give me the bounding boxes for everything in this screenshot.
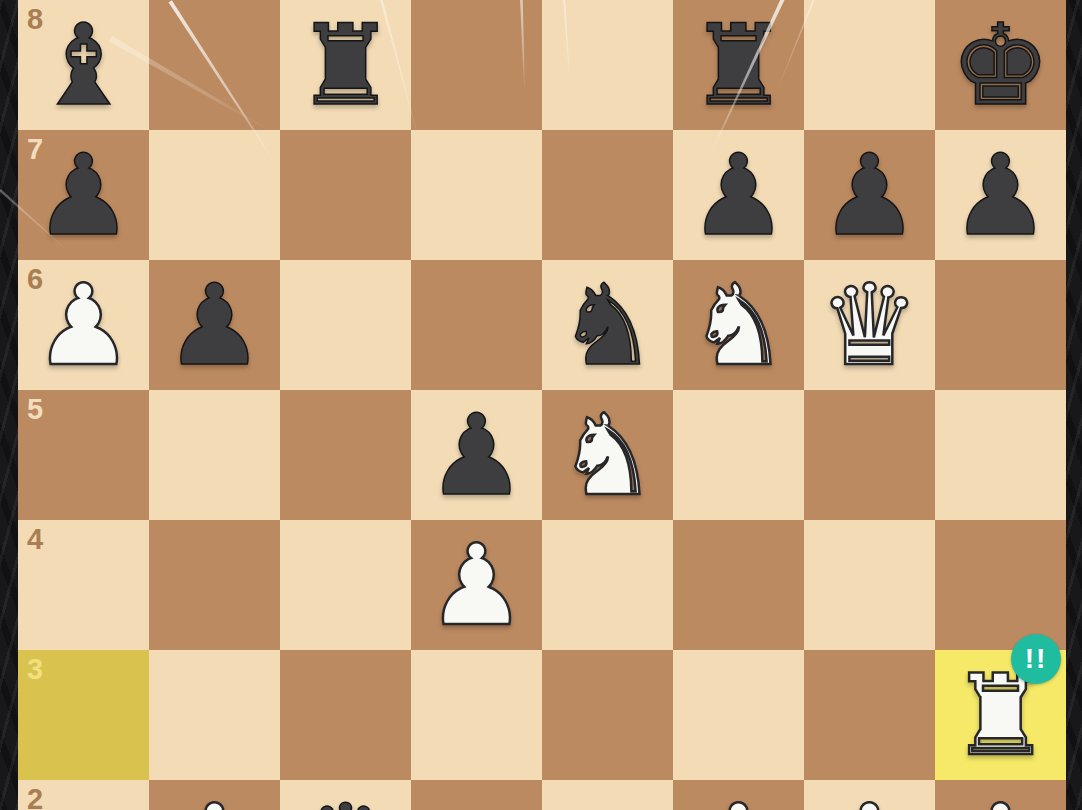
square-b4[interactable] <box>149 520 280 650</box>
square-c5[interactable] <box>280 390 411 520</box>
square-g3[interactable] <box>804 650 935 780</box>
square-a7[interactable]: 7♟ <box>18 130 149 260</box>
square-g8[interactable] <box>804 0 935 130</box>
square-f7[interactable]: ♟ <box>673 130 804 260</box>
square-g6[interactable]: ♛ <box>804 260 935 390</box>
square-d2[interactable] <box>411 780 542 810</box>
square-d4[interactable]: ♟ <box>411 520 542 650</box>
square-g2[interactable]: ♟ <box>804 780 935 810</box>
square-g4[interactable] <box>804 520 935 650</box>
white-pawn-h2[interactable]: ♟ <box>935 780 1066 810</box>
square-h5[interactable] <box>935 390 1066 520</box>
square-a6[interactable]: 6♟ <box>18 260 149 390</box>
square-a3[interactable]: 3 <box>18 650 149 780</box>
white-pawn-g2[interactable]: ♟ <box>804 780 935 810</box>
square-c4[interactable] <box>280 520 411 650</box>
black-bishop-a8[interactable]: ♝ <box>18 0 149 130</box>
white-queen-g6[interactable]: ♛ <box>804 260 935 390</box>
white-pawn-d4[interactable]: ♟ <box>411 520 542 650</box>
square-e6[interactable]: ♞ <box>542 260 673 390</box>
square-a4[interactable]: 4 <box>18 520 149 650</box>
square-d6[interactable] <box>411 260 542 390</box>
square-b8[interactable] <box>149 0 280 130</box>
square-b3[interactable] <box>149 650 280 780</box>
square-d5[interactable]: ♟ <box>411 390 542 520</box>
chess-board: 8♝♜♜♚7♟♟♟♟6♟♟♞♞♛5♟♞4♟3♜2♟♛♟♟♟ <box>18 0 1066 810</box>
square-f5[interactable] <box>673 390 804 520</box>
black-pawn-f7[interactable]: ♟ <box>673 130 804 260</box>
black-pawn-h7[interactable]: ♟ <box>935 130 1066 260</box>
square-e3[interactable] <box>542 650 673 780</box>
square-f3[interactable] <box>673 650 804 780</box>
rank-label-4: 4 <box>27 525 43 554</box>
black-pawn-g7[interactable]: ♟ <box>804 130 935 260</box>
white-knight-e5[interactable]: ♞ <box>542 390 673 520</box>
square-b5[interactable] <box>149 390 280 520</box>
square-a2[interactable]: 2 <box>18 780 149 810</box>
square-h7[interactable]: ♟ <box>935 130 1066 260</box>
black-king-h8[interactable]: ♚ <box>935 0 1066 130</box>
black-rook-c8[interactable]: ♜ <box>280 0 411 130</box>
brilliant-move-badge: !! <box>1011 634 1061 684</box>
square-d7[interactable] <box>411 130 542 260</box>
square-d3[interactable] <box>411 650 542 780</box>
square-g5[interactable] <box>804 390 935 520</box>
rank-label-2: 2 <box>27 785 43 810</box>
black-pawn-b6[interactable]: ♟ <box>149 260 280 390</box>
square-b6[interactable]: ♟ <box>149 260 280 390</box>
square-f6[interactable]: ♞ <box>673 260 804 390</box>
game-screen: 8♝♜♜♚7♟♟♟♟6♟♟♞♞♛5♟♞4♟3♜2♟♛♟♟♟ !! <box>0 0 1082 810</box>
black-queen-c2[interactable]: ♛ <box>280 780 411 810</box>
white-pawn-a6[interactable]: ♟ <box>18 260 149 390</box>
square-c2[interactable]: ♛ <box>280 780 411 810</box>
rank-label-3: 3 <box>27 655 43 684</box>
square-h4[interactable] <box>935 520 1066 650</box>
square-h2[interactable]: ♟ <box>935 780 1066 810</box>
square-f8[interactable]: ♜ <box>673 0 804 130</box>
square-h6[interactable] <box>935 260 1066 390</box>
white-knight-f6[interactable]: ♞ <box>673 260 804 390</box>
square-f2[interactable]: ♟ <box>673 780 804 810</box>
square-b2[interactable]: ♟ <box>149 780 280 810</box>
rank-label-5: 5 <box>27 395 43 424</box>
square-c3[interactable] <box>280 650 411 780</box>
white-pawn-f2[interactable]: ♟ <box>673 780 804 810</box>
square-e5[interactable]: ♞ <box>542 390 673 520</box>
black-rook-f8[interactable]: ♜ <box>673 0 804 130</box>
square-a5[interactable]: 5 <box>18 390 149 520</box>
black-knight-e6[interactable]: ♞ <box>542 260 673 390</box>
square-e7[interactable] <box>542 130 673 260</box>
black-pawn-a7[interactable]: ♟ <box>18 130 149 260</box>
square-c8[interactable]: ♜ <box>280 0 411 130</box>
square-e2[interactable] <box>542 780 673 810</box>
black-pawn-d5[interactable]: ♟ <box>411 390 542 520</box>
square-b7[interactable] <box>149 130 280 260</box>
square-h8[interactable]: ♚ <box>935 0 1066 130</box>
square-c7[interactable] <box>280 130 411 260</box>
square-e8[interactable] <box>542 0 673 130</box>
white-pawn-b2[interactable]: ♟ <box>149 780 280 810</box>
square-e4[interactable] <box>542 520 673 650</box>
square-c6[interactable] <box>280 260 411 390</box>
square-f4[interactable] <box>673 520 804 650</box>
square-d8[interactable] <box>411 0 542 130</box>
square-a8[interactable]: 8♝ <box>18 0 149 130</box>
square-g7[interactable]: ♟ <box>804 130 935 260</box>
